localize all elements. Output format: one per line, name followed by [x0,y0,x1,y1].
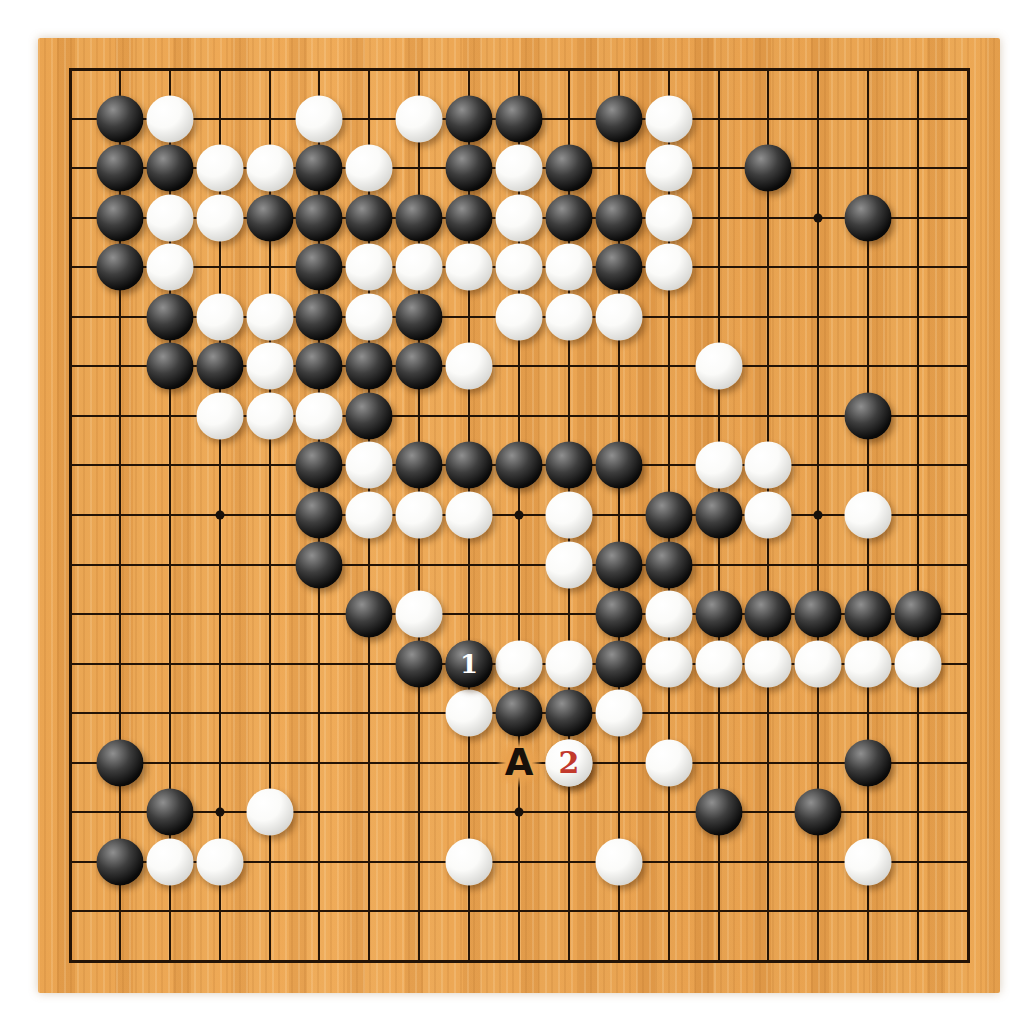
white-stone [346,244,393,291]
black-stone [96,244,143,291]
black-stone [446,95,493,142]
white-stone [595,690,642,737]
black-stone [296,492,343,539]
black-stone [496,442,543,489]
black-stone [296,343,343,390]
white-stone [196,145,243,192]
white-stone [296,392,343,439]
black-stone [545,194,592,241]
black-stone [745,591,792,638]
white-stone [595,293,642,340]
black-stone [96,838,143,885]
white-stone [496,145,543,192]
black-stone [296,442,343,489]
white-stone [496,244,543,291]
black-stone [296,145,343,192]
white-stone [545,293,592,340]
white-stone [146,95,193,142]
black-stone [695,492,742,539]
white-stone [446,492,493,539]
black-stone [695,591,742,638]
white-stone [795,640,842,687]
grid-hline [69,564,970,566]
black-stone [446,442,493,489]
black-stone [845,591,892,638]
white-stone [196,838,243,885]
white-stone [396,492,443,539]
star-point [515,511,524,520]
go-diagram: 12A [0,0,1024,1019]
white-stone [146,194,193,241]
white-stone [346,442,393,489]
black-stone [296,541,343,588]
black-stone [346,392,393,439]
white-stone [695,442,742,489]
black-stone [895,591,942,638]
white-stone [745,492,792,539]
white-stone [645,95,692,142]
white-stone [346,293,393,340]
black-stone [96,739,143,786]
white-stone [545,640,592,687]
black-stone [146,343,193,390]
black-stone [595,244,642,291]
black-stone [496,690,543,737]
black-stone [645,492,692,539]
white-stone [745,640,792,687]
white-stone [845,640,892,687]
white-stone [246,293,293,340]
go-board[interactable]: 12A [38,38,1000,993]
black-stone [595,591,642,638]
black-stone [446,194,493,241]
black-stone [545,145,592,192]
black-stone [795,789,842,836]
black-stone [695,789,742,836]
grid-hline [69,910,970,912]
black-stone [96,194,143,241]
black-stone [96,145,143,192]
black-stone [146,789,193,836]
white-stone [745,442,792,489]
white-stone [695,640,742,687]
white-stone [645,591,692,638]
black-stone [396,640,443,687]
white-stone [645,194,692,241]
grid-vline [967,68,970,963]
black-stone [396,343,443,390]
black-stone [346,591,393,638]
black-stone [845,392,892,439]
black-stone [595,541,642,588]
black-stone [196,343,243,390]
grid-vline [917,68,919,963]
black-stone [446,145,493,192]
white-stone [645,640,692,687]
white-stone [346,145,393,192]
white-stone [496,293,543,340]
white-stone [246,789,293,836]
black-stone [545,442,592,489]
white-stone [845,838,892,885]
black-stone [296,194,343,241]
white-stone [146,838,193,885]
black-stone [645,541,692,588]
white-stone-move-2: 2 [545,739,592,786]
black-stone [396,293,443,340]
star-point [515,808,524,817]
white-stone [146,244,193,291]
black-stone [795,591,842,638]
star-point [215,511,224,520]
black-stone [396,442,443,489]
black-stone-move-1: 1 [446,640,493,687]
white-stone [446,343,493,390]
white-stone [446,690,493,737]
white-stone [196,392,243,439]
black-stone [146,145,193,192]
white-stone [246,145,293,192]
white-stone [496,640,543,687]
black-stone [496,95,543,142]
white-stone [446,244,493,291]
black-stone [296,244,343,291]
move-number-label: 1 [460,651,478,677]
white-stone [895,640,942,687]
black-stone [595,95,642,142]
black-stone [595,194,642,241]
white-stone [396,95,443,142]
black-stone [96,95,143,142]
white-stone [645,739,692,786]
white-stone [645,145,692,192]
white-stone [695,343,742,390]
black-stone [595,442,642,489]
white-stone [346,492,393,539]
white-stone [545,492,592,539]
white-stone [545,244,592,291]
white-stone [396,244,443,291]
black-stone [595,640,642,687]
white-stone [196,293,243,340]
white-stone [396,591,443,638]
black-stone [296,293,343,340]
black-stone [545,690,592,737]
black-stone [845,739,892,786]
white-stone [595,838,642,885]
white-stone [545,541,592,588]
black-stone [346,343,393,390]
white-stone [246,343,293,390]
star-point [814,511,823,520]
black-stone [745,145,792,192]
white-stone [196,194,243,241]
white-stone [296,95,343,142]
move-number-label: 2 [558,748,579,778]
white-stone [496,194,543,241]
star-point [215,808,224,817]
black-stone [146,293,193,340]
white-stone [845,492,892,539]
white-stone [246,392,293,439]
black-stone [845,194,892,241]
white-stone [446,838,493,885]
black-stone [396,194,443,241]
black-stone [346,194,393,241]
grid-hline [69,960,970,963]
star-point [814,213,823,222]
black-stone [246,194,293,241]
annotation-letter-a: A [496,738,542,788]
white-stone [645,244,692,291]
